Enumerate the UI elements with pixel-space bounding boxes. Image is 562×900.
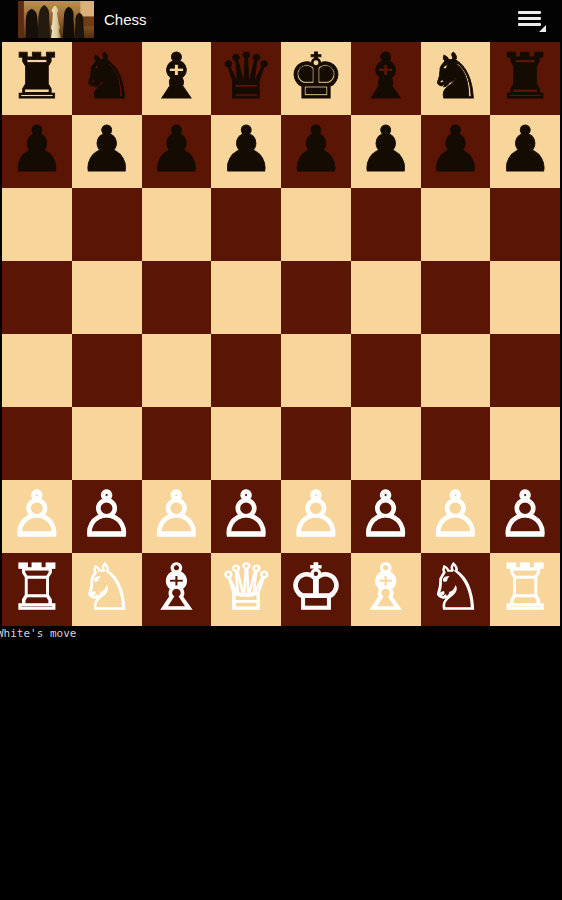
white-rook-piece: ♖︎ (497, 556, 553, 619)
white-bishop-piece: ♗︎ (148, 556, 204, 619)
square-a8[interactable]: ♜︎ (2, 42, 72, 115)
square-b5[interactable] (72, 261, 142, 334)
overflow-menu-icon[interactable] (518, 11, 544, 29)
square-b4[interactable] (72, 334, 142, 407)
menu-fold-triangle (539, 25, 546, 32)
square-b8[interactable]: ♞︎ (72, 42, 142, 115)
square-f8[interactable]: ♝︎ (351, 42, 421, 115)
square-c5[interactable] (142, 261, 212, 334)
square-c6[interactable] (142, 188, 212, 261)
square-a3[interactable] (2, 407, 72, 480)
square-h2[interactable]: ♙︎ (490, 480, 560, 553)
square-d6[interactable] (211, 188, 281, 261)
square-c7[interactable]: ♟︎ (142, 115, 212, 188)
menu-bar (518, 23, 541, 26)
black-bishop-piece: ♝︎ (148, 45, 204, 108)
square-f7[interactable]: ♟︎ (351, 115, 421, 188)
white-pawn-piece: ♙︎ (148, 483, 204, 546)
square-c3[interactable] (142, 407, 212, 480)
square-h1[interactable]: ♖︎ (490, 553, 560, 626)
square-h8[interactable]: ♜︎ (490, 42, 560, 115)
square-d1[interactable]: ♕︎ (211, 553, 281, 626)
square-e3[interactable] (281, 407, 351, 480)
square-c8[interactable]: ♝︎ (142, 42, 212, 115)
square-d8[interactable]: ♛︎ (211, 42, 281, 115)
move-status-text: White's move (0, 627, 76, 640)
square-b6[interactable] (72, 188, 142, 261)
black-pawn-piece: ♟︎ (497, 118, 553, 181)
square-h4[interactable] (490, 334, 560, 407)
menu-bar (518, 17, 541, 20)
square-d3[interactable] (211, 407, 281, 480)
white-pawn-piece: ♙︎ (288, 483, 344, 546)
square-b1[interactable]: ♘︎ (72, 553, 142, 626)
square-a7[interactable]: ♟︎ (2, 115, 72, 188)
square-e8[interactable]: ♚︎ (281, 42, 351, 115)
square-e7[interactable]: ♟︎ (281, 115, 351, 188)
black-pawn-piece: ♟︎ (9, 118, 65, 181)
white-knight-piece: ♘︎ (427, 556, 483, 619)
square-g4[interactable] (421, 334, 491, 407)
square-g7[interactable]: ♟︎ (421, 115, 491, 188)
square-f4[interactable] (351, 334, 421, 407)
square-c4[interactable] (142, 334, 212, 407)
square-h6[interactable] (490, 188, 560, 261)
app-title: Chess (104, 0, 147, 40)
action-bar: Chess (0, 0, 562, 42)
square-c2[interactable]: ♙︎ (142, 480, 212, 553)
square-f5[interactable] (351, 261, 421, 334)
black-queen-piece: ♛︎ (218, 45, 274, 108)
app-icon-chess-photo (17, 1, 95, 38)
square-f6[interactable] (351, 188, 421, 261)
black-pawn-piece: ♟︎ (78, 118, 134, 181)
white-pawn-piece: ♙︎ (427, 483, 483, 546)
square-a1[interactable]: ♖︎ (2, 553, 72, 626)
white-pawn-piece: ♙︎ (78, 483, 134, 546)
square-e1[interactable]: ♔︎ (281, 553, 351, 626)
black-rook-piece: ♜︎ (9, 45, 65, 108)
square-a6[interactable] (2, 188, 72, 261)
square-b2[interactable]: ♙︎ (72, 480, 142, 553)
square-c1[interactable]: ♗︎ (142, 553, 212, 626)
square-g5[interactable] (421, 261, 491, 334)
square-h3[interactable] (490, 407, 560, 480)
square-e2[interactable]: ♙︎ (281, 480, 351, 553)
square-g3[interactable] (421, 407, 491, 480)
square-g6[interactable] (421, 188, 491, 261)
black-rook-piece: ♜︎ (497, 45, 553, 108)
white-pawn-piece: ♙︎ (218, 483, 274, 546)
square-h5[interactable] (490, 261, 560, 334)
menu-bar (518, 11, 541, 14)
black-knight-piece: ♞︎ (427, 45, 483, 108)
black-pawn-piece: ♟︎ (357, 118, 413, 181)
square-b7[interactable]: ♟︎ (72, 115, 142, 188)
black-pawn-piece: ♟︎ (427, 118, 483, 181)
square-f2[interactable]: ♙︎ (351, 480, 421, 553)
square-a2[interactable]: ♙︎ (2, 480, 72, 553)
black-bishop-piece: ♝︎ (357, 45, 413, 108)
white-bishop-piece: ♗︎ (357, 556, 413, 619)
black-pawn-piece: ♟︎ (288, 118, 344, 181)
square-a5[interactable] (2, 261, 72, 334)
square-a4[interactable] (2, 334, 72, 407)
white-pawn-piece: ♙︎ (357, 483, 413, 546)
square-e6[interactable] (281, 188, 351, 261)
square-g2[interactable]: ♙︎ (421, 480, 491, 553)
square-f3[interactable] (351, 407, 421, 480)
black-pawn-piece: ♟︎ (218, 118, 274, 181)
square-h7[interactable]: ♟︎ (490, 115, 560, 188)
black-knight-piece: ♞︎ (78, 45, 134, 108)
white-knight-piece: ♘︎ (78, 556, 134, 619)
square-e5[interactable] (281, 261, 351, 334)
chess-board-container: ♜︎♞︎♝︎♛︎♚︎♝︎♞︎♜︎♟︎♟︎♟︎♟︎♟︎♟︎♟︎♟︎♙︎♙︎♙︎♙︎… (0, 42, 562, 626)
black-king-piece: ♚︎ (288, 45, 344, 108)
square-g8[interactable]: ♞︎ (421, 42, 491, 115)
chess-board: ♜︎♞︎♝︎♛︎♚︎♝︎♞︎♜︎♟︎♟︎♟︎♟︎♟︎♟︎♟︎♟︎♙︎♙︎♙︎♙︎… (2, 42, 560, 626)
square-d5[interactable] (211, 261, 281, 334)
white-queen-piece: ♕︎ (218, 556, 274, 619)
white-king-piece: ♔︎ (288, 556, 344, 619)
white-rook-piece: ♖︎ (9, 556, 65, 619)
square-g1[interactable]: ♘︎ (421, 553, 491, 626)
square-f1[interactable]: ♗︎ (351, 553, 421, 626)
black-pawn-piece: ♟︎ (148, 118, 204, 181)
square-d4[interactable] (211, 334, 281, 407)
square-d2[interactable]: ♙︎ (211, 480, 281, 553)
white-pawn-piece: ♙︎ (9, 483, 65, 546)
white-pawn-piece: ♙︎ (497, 483, 553, 546)
square-b3[interactable] (72, 407, 142, 480)
square-e4[interactable] (281, 334, 351, 407)
square-d7[interactable]: ♟︎ (211, 115, 281, 188)
